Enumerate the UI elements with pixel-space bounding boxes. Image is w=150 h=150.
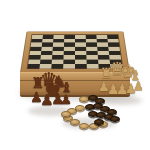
board-square bbox=[87, 64, 99, 69]
dark-chess-piece: ♟ bbox=[60, 93, 72, 106]
light-checker-disc bbox=[61, 111, 71, 117]
board-square bbox=[63, 64, 75, 69]
light-chess-piece: ♟ bbox=[133, 80, 144, 92]
dark-checker-disc bbox=[94, 119, 104, 125]
dark-checker-disc bbox=[110, 116, 120, 122]
board-square bbox=[75, 64, 87, 69]
light-checker-disc bbox=[79, 123, 89, 129]
light-checker-disc bbox=[75, 105, 85, 111]
product-photo: ♛♜♞♝♚♟♟♟♟ ♜♛♚♝♟♟♟♟♟ bbox=[0, 0, 150, 150]
board-square bbox=[28, 64, 40, 69]
